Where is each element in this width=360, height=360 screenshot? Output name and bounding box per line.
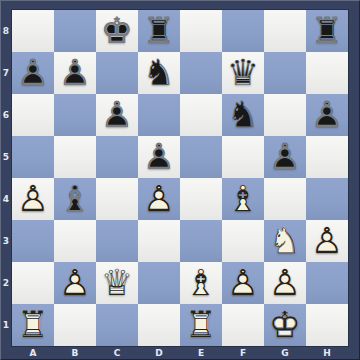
square-d1[interactable] [138, 304, 180, 346]
square-f6[interactable]: ♞♘ [222, 94, 264, 136]
rank-labels: 87654321 [0, 10, 12, 346]
square-g5[interactable]: ♟♙ [264, 136, 306, 178]
square-a4[interactable]: ♟♙ [12, 178, 54, 220]
rank-label-4: 4 [0, 178, 12, 220]
piece-white-king[interactable]: ♚♔ [264, 304, 306, 346]
square-e8[interactable] [180, 10, 222, 52]
file-label-c: C [96, 346, 138, 360]
square-d3[interactable] [138, 220, 180, 262]
square-b6[interactable] [54, 94, 96, 136]
file-label-a: A [12, 346, 54, 360]
square-e6[interactable] [180, 94, 222, 136]
square-a1[interactable]: ♜♖ [12, 304, 54, 346]
square-a3[interactable] [12, 220, 54, 262]
white-pawn-outline: ♙ [138, 178, 180, 220]
piece-white-pawn[interactable]: ♟♙ [264, 262, 306, 304]
piece-black-knight[interactable]: ♞♘ [222, 94, 264, 136]
black-pawn-outline: ♙ [264, 136, 306, 178]
square-e7[interactable] [180, 52, 222, 94]
black-pawn-outline: ♙ [138, 136, 180, 178]
square-b2[interactable]: ♟♙ [54, 262, 96, 304]
square-d5[interactable]: ♟♙ [138, 136, 180, 178]
white-queen-outline: ♕ [96, 262, 138, 304]
square-h1[interactable] [306, 304, 348, 346]
black-bishop-outline: ♗ [54, 178, 96, 220]
square-b4[interactable]: ♝♗ [54, 178, 96, 220]
square-e2[interactable]: ♝♗ [180, 262, 222, 304]
piece-white-bishop[interactable]: ♝♗ [222, 178, 264, 220]
piece-black-bishop[interactable]: ♝♗ [54, 178, 96, 220]
piece-black-pawn[interactable]: ♟♙ [12, 52, 54, 94]
square-c8[interactable]: ♚♔ [96, 10, 138, 52]
square-e1[interactable]: ♜♖ [180, 304, 222, 346]
white-bishop-outline: ♗ [222, 178, 264, 220]
piece-black-rook[interactable]: ♜♖ [306, 10, 348, 52]
square-h2[interactable] [306, 262, 348, 304]
piece-black-pawn[interactable]: ♟♙ [264, 136, 306, 178]
square-h4[interactable] [306, 178, 348, 220]
square-g2[interactable]: ♟♙ [264, 262, 306, 304]
square-h5[interactable] [306, 136, 348, 178]
square-e4[interactable] [180, 178, 222, 220]
file-label-b: B [54, 346, 96, 360]
piece-white-pawn[interactable]: ♟♙ [222, 262, 264, 304]
rank-label-3: 3 [0, 220, 12, 262]
square-a8[interactable] [12, 10, 54, 52]
square-d4[interactable]: ♟♙ [138, 178, 180, 220]
square-f1[interactable] [222, 304, 264, 346]
piece-black-pawn[interactable]: ♟♙ [96, 94, 138, 136]
square-c1[interactable] [96, 304, 138, 346]
piece-white-pawn[interactable]: ♟♙ [12, 178, 54, 220]
white-pawn-outline: ♙ [12, 178, 54, 220]
square-d2[interactable] [138, 262, 180, 304]
board-frame: 87654321 ♚♔♜♖♜♖♟♙♟♙♞♘♛♕♟♙♞♘♟♙♟♙♟♙♟♙♝♗♟♙♝… [0, 0, 360, 360]
piece-black-queen[interactable]: ♛♕ [222, 52, 264, 94]
square-g6[interactable] [264, 94, 306, 136]
white-bishop-outline: ♗ [180, 262, 222, 304]
piece-black-king[interactable]: ♚♔ [96, 10, 138, 52]
rank-label-5: 5 [0, 136, 12, 178]
rank-label-7: 7 [0, 52, 12, 94]
square-b8[interactable] [54, 10, 96, 52]
white-pawn-outline: ♙ [54, 262, 96, 304]
chess-board: ♚♔♜♖♜♖♟♙♟♙♞♘♛♕♟♙♞♘♟♙♟♙♟♙♟♙♝♗♟♙♝♗♞♘♟♙♟♙♛♕… [12, 10, 348, 346]
piece-white-queen[interactable]: ♛♕ [96, 262, 138, 304]
square-e3[interactable] [180, 220, 222, 262]
black-knight-outline: ♘ [138, 52, 180, 94]
square-c5[interactable] [96, 136, 138, 178]
white-pawn-outline: ♙ [264, 262, 306, 304]
square-g8[interactable] [264, 10, 306, 52]
rank-label-6: 6 [0, 94, 12, 136]
square-c2[interactable]: ♛♕ [96, 262, 138, 304]
file-label-h: H [306, 346, 348, 360]
square-b1[interactable] [54, 304, 96, 346]
square-f8[interactable] [222, 10, 264, 52]
black-pawn-outline: ♙ [12, 52, 54, 94]
white-rook-outline: ♖ [12, 304, 54, 346]
black-knight-outline: ♘ [222, 94, 264, 136]
piece-white-pawn[interactable]: ♟♙ [306, 220, 348, 262]
piece-white-rook[interactable]: ♜♖ [12, 304, 54, 346]
square-d6[interactable] [138, 94, 180, 136]
square-f5[interactable] [222, 136, 264, 178]
square-b5[interactable] [54, 136, 96, 178]
square-a7[interactable]: ♟♙ [12, 52, 54, 94]
rank-label-1: 1 [0, 304, 12, 346]
piece-black-pawn[interactable]: ♟♙ [54, 52, 96, 94]
black-pawn-outline: ♙ [306, 94, 348, 136]
white-pawn-outline: ♙ [306, 220, 348, 262]
square-g1[interactable]: ♚♔ [264, 304, 306, 346]
square-b7[interactable]: ♟♙ [54, 52, 96, 94]
piece-white-pawn[interactable]: ♟♙ [54, 262, 96, 304]
black-rook-outline: ♖ [306, 10, 348, 52]
square-d7[interactable]: ♞♘ [138, 52, 180, 94]
white-king-outline: ♔ [264, 304, 306, 346]
black-pawn-outline: ♙ [96, 94, 138, 136]
square-a5[interactable] [12, 136, 54, 178]
piece-black-knight[interactable]: ♞♘ [138, 52, 180, 94]
piece-white-bishop[interactable]: ♝♗ [180, 262, 222, 304]
square-h6[interactable]: ♟♙ [306, 94, 348, 136]
square-h7[interactable] [306, 52, 348, 94]
black-pawn-outline: ♙ [54, 52, 96, 94]
square-c3[interactable] [96, 220, 138, 262]
piece-white-knight[interactable]: ♞♘ [264, 220, 306, 262]
square-f3[interactable] [222, 220, 264, 262]
file-label-d: D [138, 346, 180, 360]
piece-white-rook[interactable]: ♜♖ [180, 304, 222, 346]
square-a2[interactable] [12, 262, 54, 304]
square-c7[interactable] [96, 52, 138, 94]
square-g3[interactable]: ♞♘ [264, 220, 306, 262]
square-g4[interactable] [264, 178, 306, 220]
black-king-outline: ♔ [96, 10, 138, 52]
square-f2[interactable]: ♟♙ [222, 262, 264, 304]
square-d8[interactable]: ♜♖ [138, 10, 180, 52]
file-label-f: F [222, 346, 264, 360]
square-f7[interactable]: ♛♕ [222, 52, 264, 94]
piece-white-pawn[interactable]: ♟♙ [138, 178, 180, 220]
square-h8[interactable]: ♜♖ [306, 10, 348, 52]
square-b3[interactable] [54, 220, 96, 262]
white-pawn-outline: ♙ [222, 262, 264, 304]
square-c4[interactable] [96, 178, 138, 220]
rank-label-2: 2 [0, 262, 12, 304]
square-g7[interactable] [264, 52, 306, 94]
white-knight-outline: ♘ [264, 220, 306, 262]
square-a6[interactable] [12, 94, 54, 136]
file-label-g: G [264, 346, 306, 360]
file-labels: ABCDEFGH [12, 346, 348, 360]
piece-black-pawn[interactable]: ♟♙ [138, 136, 180, 178]
black-rook-outline: ♖ [138, 10, 180, 52]
square-c6[interactable]: ♟♙ [96, 94, 138, 136]
square-e5[interactable] [180, 136, 222, 178]
square-f4[interactable]: ♝♗ [222, 178, 264, 220]
black-queen-outline: ♕ [222, 52, 264, 94]
file-label-e: E [180, 346, 222, 360]
white-rook-outline: ♖ [180, 304, 222, 346]
square-h3[interactable]: ♟♙ [306, 220, 348, 262]
piece-black-pawn[interactable]: ♟♙ [306, 94, 348, 136]
piece-black-rook[interactable]: ♜♖ [138, 10, 180, 52]
rank-label-8: 8 [0, 10, 12, 52]
